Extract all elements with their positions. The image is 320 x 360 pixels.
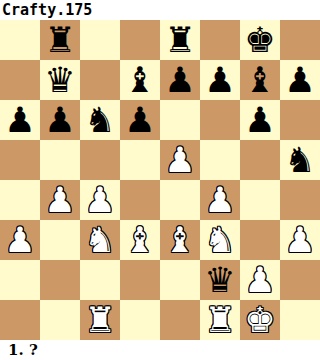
square-c6[interactable]: ♞ — [80, 100, 120, 140]
square-g5[interactable] — [240, 140, 280, 180]
square-a2[interactable] — [0, 260, 40, 300]
square-d8[interactable] — [120, 20, 160, 60]
piece-white-bishop-e3[interactable]: ♝ — [164, 220, 195, 260]
piece-white-knight-c3[interactable]: ♞ — [84, 220, 115, 260]
square-h4[interactable] — [280, 180, 320, 220]
square-h6[interactable] — [280, 100, 320, 140]
piece-black-pawn-g6[interactable]: ♟ — [244, 100, 275, 140]
square-g8[interactable]: ♚ — [240, 20, 280, 60]
piece-black-pawn-a6[interactable]: ♟ — [4, 100, 35, 140]
piece-white-pawn-b4[interactable]: ♟ — [44, 180, 75, 220]
square-a5[interactable] — [0, 140, 40, 180]
piece-black-knight-h5[interactable]: ♞ — [284, 140, 315, 180]
square-g2[interactable]: ♟ — [240, 260, 280, 300]
square-a1[interactable] — [0, 300, 40, 340]
piece-white-king-g1[interactable]: ♚ — [244, 300, 275, 340]
move-prompt: 1. ? — [0, 340, 320, 360]
square-e2[interactable] — [160, 260, 200, 300]
square-d3[interactable]: ♝ — [120, 220, 160, 260]
square-b6[interactable]: ♟ — [40, 100, 80, 140]
square-g6[interactable]: ♟ — [240, 100, 280, 140]
square-g1[interactable]: ♚ — [240, 300, 280, 340]
square-a3[interactable]: ♟ — [0, 220, 40, 260]
piece-black-pawn-f7[interactable]: ♟ — [204, 60, 235, 100]
square-c2[interactable] — [80, 260, 120, 300]
square-d4[interactable] — [120, 180, 160, 220]
crafty-window: Crafty.175 ♜♜♚♛♝♟♟♝♟♟♟♞♟♟♟♞♟♟♟♟♞♝♝♞♟♛♟♜♜… — [0, 0, 320, 360]
square-c1[interactable]: ♜ — [80, 300, 120, 340]
square-c7[interactable] — [80, 60, 120, 100]
square-c3[interactable]: ♞ — [80, 220, 120, 260]
square-d7[interactable]: ♝ — [120, 60, 160, 100]
square-g4[interactable] — [240, 180, 280, 220]
piece-black-bishop-g7[interactable]: ♝ — [244, 60, 275, 100]
square-h1[interactable] — [280, 300, 320, 340]
square-f7[interactable]: ♟ — [200, 60, 240, 100]
square-g3[interactable] — [240, 220, 280, 260]
square-b7[interactable]: ♛ — [40, 60, 80, 100]
square-e7[interactable]: ♟ — [160, 60, 200, 100]
piece-white-bishop-d3[interactable]: ♝ — [124, 220, 155, 260]
square-c4[interactable]: ♟ — [80, 180, 120, 220]
square-f8[interactable] — [200, 20, 240, 60]
square-b4[interactable]: ♟ — [40, 180, 80, 220]
window-title: Crafty.175 — [0, 0, 320, 20]
square-b1[interactable] — [40, 300, 80, 340]
square-b3[interactable] — [40, 220, 80, 260]
piece-black-queen-b7[interactable]: ♛ — [44, 60, 75, 100]
piece-white-pawn-f4[interactable]: ♟ — [204, 180, 235, 220]
square-e1[interactable] — [160, 300, 200, 340]
piece-black-pawn-h7[interactable]: ♟ — [284, 60, 315, 100]
piece-black-knight-c6[interactable]: ♞ — [84, 100, 115, 140]
piece-white-pawn-c4[interactable]: ♟ — [84, 180, 115, 220]
square-f6[interactable] — [200, 100, 240, 140]
piece-black-queen-f2[interactable]: ♛ — [204, 260, 235, 300]
square-h8[interactable] — [280, 20, 320, 60]
square-f5[interactable] — [200, 140, 240, 180]
square-a6[interactable]: ♟ — [0, 100, 40, 140]
square-h5[interactable]: ♞ — [280, 140, 320, 180]
square-f3[interactable]: ♞ — [200, 220, 240, 260]
chess-board[interactable]: ♜♜♚♛♝♟♟♝♟♟♟♞♟♟♟♞♟♟♟♟♞♝♝♞♟♛♟♜♜♚ — [0, 20, 320, 340]
piece-white-pawn-e5[interactable]: ♟ — [164, 140, 195, 180]
piece-black-bishop-d7[interactable]: ♝ — [124, 60, 155, 100]
square-d6[interactable]: ♟ — [120, 100, 160, 140]
square-d2[interactable] — [120, 260, 160, 300]
square-e4[interactable] — [160, 180, 200, 220]
piece-black-pawn-e7[interactable]: ♟ — [164, 60, 195, 100]
square-f4[interactable]: ♟ — [200, 180, 240, 220]
piece-white-pawn-a3[interactable]: ♟ — [4, 220, 35, 260]
square-a8[interactable] — [0, 20, 40, 60]
piece-black-rook-e8[interactable]: ♜ — [164, 20, 195, 60]
square-f1[interactable]: ♜ — [200, 300, 240, 340]
square-c5[interactable] — [80, 140, 120, 180]
square-h3[interactable]: ♟ — [280, 220, 320, 260]
square-b8[interactable]: ♜ — [40, 20, 80, 60]
piece-white-pawn-g2[interactable]: ♟ — [244, 260, 275, 300]
piece-black-king-g8[interactable]: ♚ — [244, 20, 275, 60]
piece-black-pawn-b6[interactable]: ♟ — [44, 100, 75, 140]
square-d5[interactable] — [120, 140, 160, 180]
square-e8[interactable]: ♜ — [160, 20, 200, 60]
square-e3[interactable]: ♝ — [160, 220, 200, 260]
square-h7[interactable]: ♟ — [280, 60, 320, 100]
square-c8[interactable] — [80, 20, 120, 60]
piece-white-rook-c1[interactable]: ♜ — [84, 300, 115, 340]
square-g7[interactable]: ♝ — [240, 60, 280, 100]
piece-white-knight-f3[interactable]: ♞ — [204, 220, 235, 260]
square-h2[interactable] — [280, 260, 320, 300]
piece-black-pawn-d6[interactable]: ♟ — [124, 100, 155, 140]
square-f2[interactable]: ♛ — [200, 260, 240, 300]
piece-black-rook-b8[interactable]: ♜ — [44, 20, 75, 60]
piece-white-pawn-h3[interactable]: ♟ — [284, 220, 315, 260]
square-a7[interactable] — [0, 60, 40, 100]
square-a4[interactable] — [0, 180, 40, 220]
square-b2[interactable] — [40, 260, 80, 300]
square-b5[interactable] — [40, 140, 80, 180]
piece-white-rook-f1[interactable]: ♜ — [204, 300, 235, 340]
square-d1[interactable] — [120, 300, 160, 340]
square-e5[interactable]: ♟ — [160, 140, 200, 180]
square-e6[interactable] — [160, 100, 200, 140]
